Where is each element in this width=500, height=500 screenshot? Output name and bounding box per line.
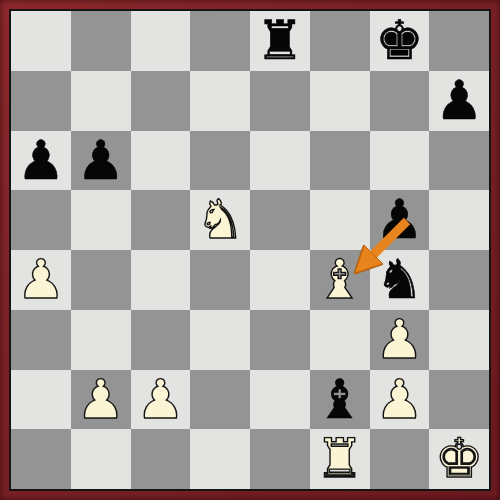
square-c1[interactable] — [131, 429, 191, 489]
black-pawn-a6[interactable]: ♟ — [11, 131, 71, 191]
square-e8[interactable]: ♜ — [250, 11, 310, 71]
square-b6[interactable]: ♟ — [71, 131, 131, 191]
square-a7[interactable] — [11, 71, 71, 131]
square-g7[interactable] — [370, 71, 430, 131]
white-pawn-g3[interactable]: ♟ — [370, 310, 430, 370]
square-g4[interactable]: ♞ — [370, 250, 430, 310]
square-g3[interactable]: ♟ — [370, 310, 430, 370]
black-rook-e8[interactable]: ♜ — [250, 11, 310, 71]
square-c3[interactable] — [131, 310, 191, 370]
black-king-g8[interactable]: ♚ — [370, 11, 430, 71]
square-c6[interactable] — [131, 131, 191, 191]
square-f4[interactable]: ♝ — [310, 250, 370, 310]
square-d4[interactable] — [190, 250, 250, 310]
black-bishop-f2[interactable]: ♝ — [310, 370, 370, 430]
square-e7[interactable] — [250, 71, 310, 131]
square-a3[interactable] — [11, 310, 71, 370]
square-d3[interactable] — [190, 310, 250, 370]
square-f1[interactable]: ♜ — [310, 429, 370, 489]
square-h1[interactable]: ♚ — [429, 429, 489, 489]
black-pawn-b6[interactable]: ♟ — [71, 131, 131, 191]
white-bishop-f4[interactable]: ♝ — [310, 250, 370, 310]
white-king-h1[interactable]: ♚ — [429, 429, 489, 489]
white-pawn-a4[interactable]: ♟ — [11, 250, 71, 310]
square-a8[interactable] — [11, 11, 71, 71]
square-f5[interactable] — [310, 190, 370, 250]
square-b5[interactable] — [71, 190, 131, 250]
square-b3[interactable] — [71, 310, 131, 370]
square-a6[interactable]: ♟ — [11, 131, 71, 191]
square-f2[interactable]: ♝ — [310, 370, 370, 430]
square-h6[interactable] — [429, 131, 489, 191]
square-e5[interactable] — [250, 190, 310, 250]
square-d6[interactable] — [190, 131, 250, 191]
square-b8[interactable] — [71, 11, 131, 71]
square-h3[interactable] — [429, 310, 489, 370]
square-g8[interactable]: ♚ — [370, 11, 430, 71]
white-rook-f1[interactable]: ♜ — [310, 429, 370, 489]
square-b4[interactable] — [71, 250, 131, 310]
square-g5[interactable]: ♟ — [370, 190, 430, 250]
square-a2[interactable] — [11, 370, 71, 430]
square-d8[interactable] — [190, 11, 250, 71]
square-e3[interactable] — [250, 310, 310, 370]
square-e6[interactable] — [250, 131, 310, 191]
square-h5[interactable] — [429, 190, 489, 250]
square-f7[interactable] — [310, 71, 370, 131]
square-d7[interactable] — [190, 71, 250, 131]
white-pawn-b2[interactable]: ♟ — [71, 370, 131, 430]
square-e2[interactable] — [250, 370, 310, 430]
square-a5[interactable] — [11, 190, 71, 250]
chess-board: ♜♚♟♟♟♞♟♟♝♞♟♟♟♝♟♜♚ — [9, 9, 491, 491]
black-pawn-g5[interactable]: ♟ — [370, 190, 430, 250]
square-c8[interactable] — [131, 11, 191, 71]
square-f8[interactable] — [310, 11, 370, 71]
square-g2[interactable]: ♟ — [370, 370, 430, 430]
chess-diagram-frame: ♜♚♟♟♟♞♟♟♝♞♟♟♟♝♟♜♚ — [0, 0, 500, 500]
square-e4[interactable] — [250, 250, 310, 310]
square-e1[interactable] — [250, 429, 310, 489]
square-f3[interactable] — [310, 310, 370, 370]
square-a4[interactable]: ♟ — [11, 250, 71, 310]
square-h7[interactable]: ♟ — [429, 71, 489, 131]
square-c2[interactable]: ♟ — [131, 370, 191, 430]
square-c4[interactable] — [131, 250, 191, 310]
square-b1[interactable] — [71, 429, 131, 489]
square-c7[interactable] — [131, 71, 191, 131]
square-f6[interactable] — [310, 131, 370, 191]
square-g6[interactable] — [370, 131, 430, 191]
black-pawn-h7[interactable]: ♟ — [429, 71, 489, 131]
square-h4[interactable] — [429, 250, 489, 310]
square-a1[interactable] — [11, 429, 71, 489]
white-knight-d5[interactable]: ♞ — [190, 190, 250, 250]
square-d5[interactable]: ♞ — [190, 190, 250, 250]
square-d2[interactable] — [190, 370, 250, 430]
black-knight-g4[interactable]: ♞ — [370, 250, 430, 310]
square-d1[interactable] — [190, 429, 250, 489]
square-h2[interactable] — [429, 370, 489, 430]
square-b2[interactable]: ♟ — [71, 370, 131, 430]
white-pawn-c2[interactable]: ♟ — [131, 370, 191, 430]
square-b7[interactable] — [71, 71, 131, 131]
square-h8[interactable] — [429, 11, 489, 71]
white-pawn-g2[interactable]: ♟ — [370, 370, 430, 430]
square-c5[interactable] — [131, 190, 191, 250]
square-g1[interactable] — [370, 429, 430, 489]
